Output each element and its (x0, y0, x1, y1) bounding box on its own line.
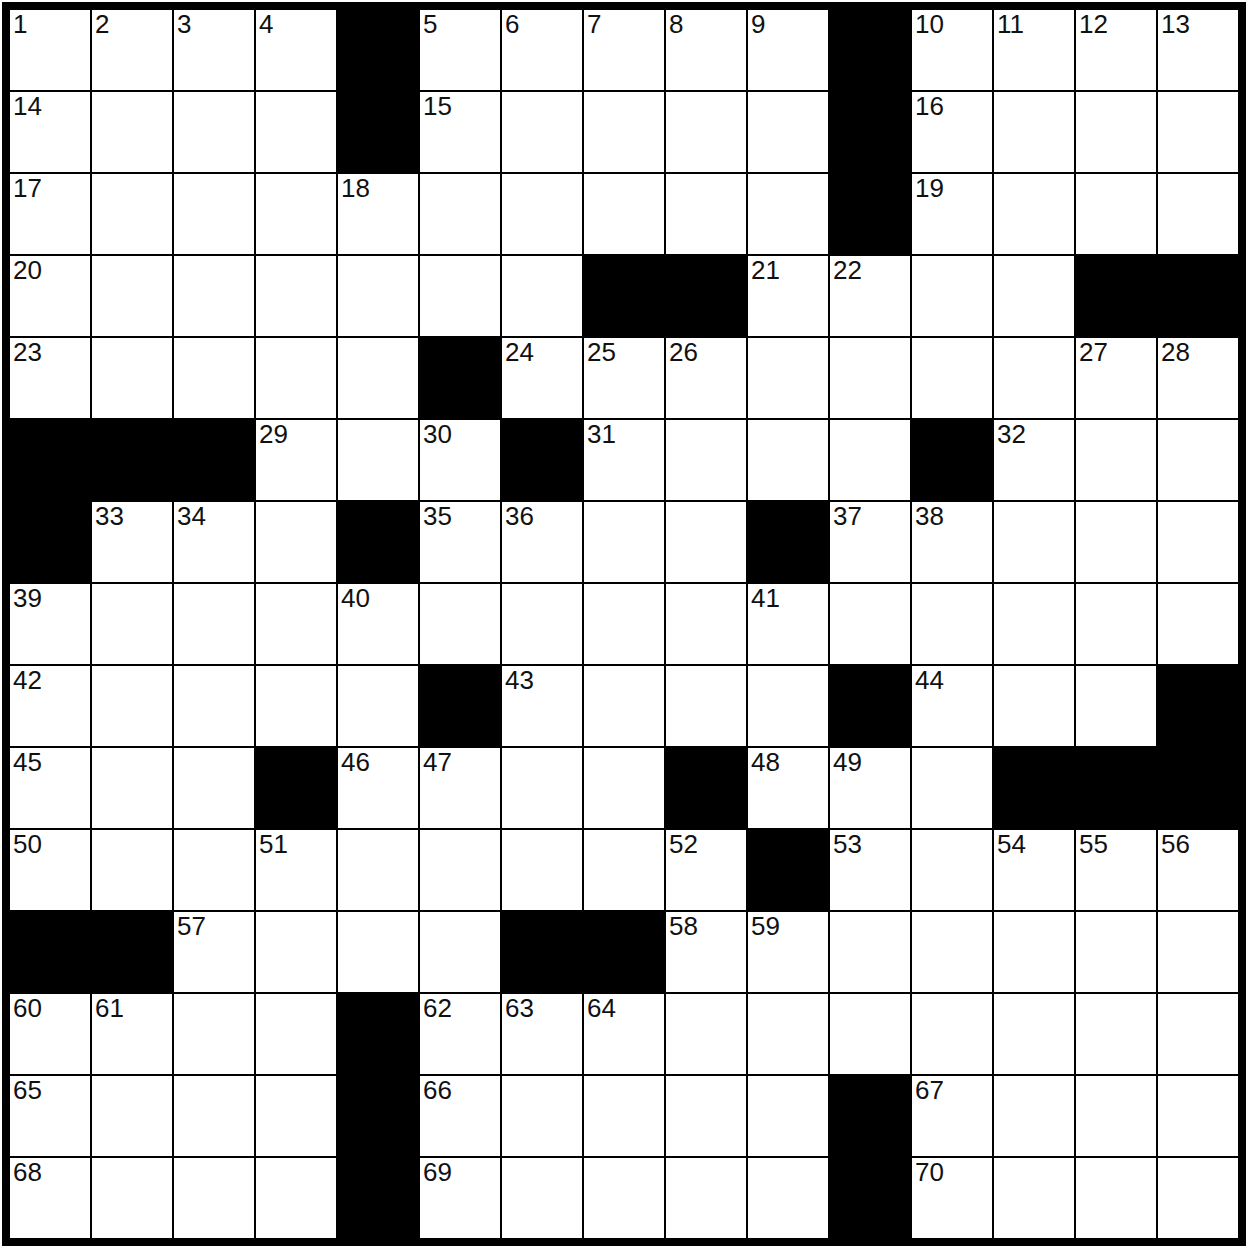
cell-r8c8[interactable] (584, 584, 664, 664)
clue-number-43: 43 (505, 667, 534, 694)
cell-r11c6[interactable] (420, 830, 500, 910)
cell-r13c1[interactable]: 60 (10, 994, 90, 1074)
cell-r14c13[interactable] (994, 1076, 1074, 1156)
cell-r5c11[interactable] (830, 338, 910, 418)
cell-r11c15[interactable]: 56 (1158, 830, 1238, 910)
clue-number-11: 11 (997, 11, 1024, 38)
cell-r2c9[interactable] (666, 92, 746, 172)
cell-r2c14[interactable] (1076, 92, 1156, 172)
black-cell-r9c15 (1158, 666, 1238, 746)
cell-r5c7[interactable]: 24 (502, 338, 582, 418)
black-cell-r1c11 (830, 10, 910, 90)
clue-number-63: 63 (505, 995, 534, 1022)
cell-r13c12[interactable] (912, 994, 992, 1074)
cell-r9c7[interactable]: 43 (502, 666, 582, 746)
cell-r9c10[interactable] (748, 666, 828, 746)
cell-r9c3[interactable] (174, 666, 254, 746)
cell-r8c6[interactable] (420, 584, 500, 664)
clue-number-3: 3 (177, 11, 191, 38)
clue-number-27: 27 (1079, 339, 1108, 366)
cell-r1c3[interactable]: 3 (174, 10, 254, 90)
cell-r6c15[interactable] (1158, 420, 1238, 500)
cell-r7c14[interactable] (1076, 502, 1156, 582)
clue-number-50: 50 (13, 831, 42, 858)
clue-number-66: 66 (423, 1077, 452, 1104)
black-cell-r4c14 (1076, 256, 1156, 336)
cell-r4c3[interactable] (174, 256, 254, 336)
cell-r5c3[interactable] (174, 338, 254, 418)
clue-number-4: 4 (259, 11, 273, 38)
cell-r6c13[interactable]: 32 (994, 420, 1074, 500)
cell-r1c14[interactable]: 12 (1076, 10, 1156, 90)
clue-number-30: 30 (423, 421, 452, 448)
clue-number-23: 23 (13, 339, 42, 366)
black-cell-r15c5 (338, 1158, 418, 1238)
black-cell-r12c8 (584, 912, 664, 992)
cell-r9c9[interactable] (666, 666, 746, 746)
clue-number-35: 35 (423, 503, 452, 530)
clue-number-12: 12 (1079, 11, 1108, 38)
cell-r14c4[interactable] (256, 1076, 336, 1156)
black-cell-r2c11 (830, 92, 910, 172)
cell-r13c7[interactable]: 63 (502, 994, 582, 1074)
black-cell-r7c10 (748, 502, 828, 582)
cell-r1c15[interactable]: 13 (1158, 10, 1238, 90)
clue-number-49: 49 (833, 749, 862, 776)
black-cell-r4c8 (584, 256, 664, 336)
cell-r4c6[interactable] (420, 256, 500, 336)
cell-r6c6[interactable]: 30 (420, 420, 500, 500)
clue-number-10: 10 (915, 11, 944, 38)
black-cell-r6c2 (92, 420, 172, 500)
black-cell-r12c2 (92, 912, 172, 992)
cell-r15c14[interactable] (1076, 1158, 1156, 1238)
clue-number-33: 33 (95, 503, 124, 530)
cell-r6c5[interactable] (338, 420, 418, 500)
cell-r14c9[interactable] (666, 1076, 746, 1156)
cell-r9c4[interactable] (256, 666, 336, 746)
cell-r14c10[interactable] (748, 1076, 828, 1156)
cell-r4c2[interactable] (92, 256, 172, 336)
cell-r10c10[interactable]: 48 (748, 748, 828, 828)
cell-r3c2[interactable] (92, 174, 172, 254)
cell-r10c11[interactable]: 49 (830, 748, 910, 828)
cell-r2c1[interactable]: 14 (10, 92, 90, 172)
clue-number-25: 25 (587, 339, 616, 366)
clue-number-16: 16 (915, 93, 944, 120)
cell-r7c3[interactable]: 34 (174, 502, 254, 582)
cell-r13c6[interactable]: 62 (420, 994, 500, 1074)
cell-r3c15[interactable] (1158, 174, 1238, 254)
cell-r10c7[interactable] (502, 748, 582, 828)
cell-r11c5[interactable] (338, 830, 418, 910)
black-cell-r12c7 (502, 912, 582, 992)
black-cell-r14c5 (338, 1076, 418, 1156)
black-cell-r5c6 (420, 338, 500, 418)
clue-number-69: 69 (423, 1159, 452, 1186)
crossword-grid: 1234567891011121314151617181920212223242… (2, 2, 1246, 1246)
cell-r4c12[interactable] (912, 256, 992, 336)
cell-r15c2[interactable] (92, 1158, 172, 1238)
black-cell-r7c5 (338, 502, 418, 582)
clue-number-52: 52 (669, 831, 698, 858)
cell-r12c3[interactable]: 57 (174, 912, 254, 992)
cell-r1c10[interactable]: 9 (748, 10, 828, 90)
cell-r8c10[interactable]: 41 (748, 584, 828, 664)
cell-r14c6[interactable]: 66 (420, 1076, 500, 1156)
clue-number-40: 40 (341, 585, 370, 612)
cell-r12c11[interactable] (830, 912, 910, 992)
clue-number-42: 42 (13, 667, 42, 694)
clue-number-17: 17 (13, 175, 42, 202)
clue-number-46: 46 (341, 749, 370, 776)
cell-r12c10[interactable]: 59 (748, 912, 828, 992)
cell-r11c1[interactable]: 50 (10, 830, 90, 910)
cell-r7c2[interactable]: 33 (92, 502, 172, 582)
cell-r4c4[interactable] (256, 256, 336, 336)
cell-r5c14[interactable]: 27 (1076, 338, 1156, 418)
cell-r1c4[interactable]: 4 (256, 10, 336, 90)
cell-r5c12[interactable] (912, 338, 992, 418)
black-cell-r12c1 (10, 912, 90, 992)
cell-r12c4[interactable] (256, 912, 336, 992)
cell-r10c6[interactable]: 47 (420, 748, 500, 828)
cell-r1c2[interactable]: 2 (92, 10, 172, 90)
clue-number-37: 37 (833, 503, 862, 530)
cell-r8c5[interactable]: 40 (338, 584, 418, 664)
cell-r13c3[interactable] (174, 994, 254, 1074)
cell-r15c10[interactable] (748, 1158, 828, 1238)
cell-r14c14[interactable] (1076, 1076, 1156, 1156)
cell-r15c15[interactable] (1158, 1158, 1238, 1238)
black-cell-r11c10 (748, 830, 828, 910)
cell-r14c15[interactable] (1158, 1076, 1238, 1156)
black-cell-r4c9 (666, 256, 746, 336)
cell-r1c9[interactable]: 8 (666, 10, 746, 90)
cell-r8c1[interactable]: 39 (10, 584, 90, 664)
clue-number-31: 31 (587, 421, 616, 448)
cell-r8c7[interactable] (502, 584, 582, 664)
cell-r10c8[interactable] (584, 748, 664, 828)
cell-r1c6[interactable]: 5 (420, 10, 500, 90)
cell-r3c1[interactable]: 17 (10, 174, 90, 254)
clue-number-41: 41 (751, 585, 780, 612)
cell-r14c7[interactable] (502, 1076, 582, 1156)
cell-r14c3[interactable] (174, 1076, 254, 1156)
cell-r13c8[interactable]: 64 (584, 994, 664, 1074)
cell-r6c10[interactable] (748, 420, 828, 500)
cell-r2c6[interactable]: 15 (420, 92, 500, 172)
clue-number-13: 13 (1161, 11, 1190, 38)
black-cell-r10c4 (256, 748, 336, 828)
black-cell-r9c6 (420, 666, 500, 746)
cell-r4c7[interactable] (502, 256, 582, 336)
cell-r11c14[interactable]: 55 (1076, 830, 1156, 910)
cell-r11c2[interactable] (92, 830, 172, 910)
clue-number-68: 68 (13, 1159, 42, 1186)
cell-r11c12[interactable] (912, 830, 992, 910)
clue-number-34: 34 (177, 503, 206, 530)
cell-r6c14[interactable] (1076, 420, 1156, 500)
cell-r15c8[interactable] (584, 1158, 664, 1238)
clue-number-56: 56 (1161, 831, 1190, 858)
cell-r14c1[interactable]: 65 (10, 1076, 90, 1156)
cell-r9c8[interactable] (584, 666, 664, 746)
clue-number-6: 6 (505, 11, 519, 38)
cell-r2c15[interactable] (1158, 92, 1238, 172)
cell-r10c5[interactable]: 46 (338, 748, 418, 828)
clue-number-8: 8 (669, 11, 683, 38)
cell-r12c14[interactable] (1076, 912, 1156, 992)
cell-r9c12[interactable]: 44 (912, 666, 992, 746)
cell-r14c8[interactable] (584, 1076, 664, 1156)
cell-r2c4[interactable] (256, 92, 336, 172)
cell-r2c13[interactable] (994, 92, 1074, 172)
cell-r13c14[interactable] (1076, 994, 1156, 1074)
clue-number-22: 22 (833, 257, 862, 284)
black-cell-r10c9 (666, 748, 746, 828)
clue-number-64: 64 (587, 995, 616, 1022)
cell-r5c8[interactable]: 25 (584, 338, 664, 418)
cell-r5c9[interactable]: 26 (666, 338, 746, 418)
clue-number-36: 36 (505, 503, 534, 530)
cell-r6c4[interactable]: 29 (256, 420, 336, 500)
cell-r1c1[interactable]: 1 (10, 10, 90, 90)
cell-r6c8[interactable]: 31 (584, 420, 664, 500)
cell-r8c13[interactable] (994, 584, 1074, 664)
clue-number-51: 51 (259, 831, 288, 858)
cell-r14c2[interactable] (92, 1076, 172, 1156)
black-cell-r10c13 (994, 748, 1074, 828)
cell-r5c15[interactable]: 28 (1158, 338, 1238, 418)
cell-r10c12[interactable] (912, 748, 992, 828)
cell-r7c7[interactable]: 36 (502, 502, 582, 582)
cell-r14c12[interactable]: 67 (912, 1076, 992, 1156)
cell-r12c9[interactable]: 58 (666, 912, 746, 992)
clue-number-70: 70 (915, 1159, 944, 1186)
black-cell-r1c5 (338, 10, 418, 90)
cell-r1c12[interactable]: 10 (912, 10, 992, 90)
clue-number-65: 65 (13, 1077, 42, 1104)
cell-r3c9[interactable] (666, 174, 746, 254)
cell-r2c8[interactable] (584, 92, 664, 172)
cell-r5c5[interactable] (338, 338, 418, 418)
clue-number-61: 61 (95, 995, 124, 1022)
cell-r8c11[interactable] (830, 584, 910, 664)
clue-number-59: 59 (751, 913, 780, 940)
cell-r5c2[interactable] (92, 338, 172, 418)
black-cell-r14c11 (830, 1076, 910, 1156)
cell-r8c2[interactable] (92, 584, 172, 664)
cell-r11c9[interactable]: 52 (666, 830, 746, 910)
cell-r12c12[interactable] (912, 912, 992, 992)
cell-r15c7[interactable] (502, 1158, 582, 1238)
black-cell-r6c12 (912, 420, 992, 500)
black-cell-r6c7 (502, 420, 582, 500)
black-cell-r4c15 (1158, 256, 1238, 336)
cell-r13c2[interactable]: 61 (92, 994, 172, 1074)
cell-r3c6[interactable] (420, 174, 500, 254)
cell-r9c2[interactable] (92, 666, 172, 746)
cell-r15c3[interactable] (174, 1158, 254, 1238)
clue-number-24: 24 (505, 339, 534, 366)
cell-r9c13[interactable] (994, 666, 1074, 746)
clue-number-48: 48 (751, 749, 780, 776)
cell-r5c10[interactable] (748, 338, 828, 418)
black-cell-r10c14 (1076, 748, 1156, 828)
cell-r3c3[interactable] (174, 174, 254, 254)
cell-r8c14[interactable] (1076, 584, 1156, 664)
cell-r15c4[interactable] (256, 1158, 336, 1238)
clue-number-28: 28 (1161, 339, 1190, 366)
clue-number-53: 53 (833, 831, 862, 858)
cell-r13c11[interactable] (830, 994, 910, 1074)
cell-r7c13[interactable] (994, 502, 1074, 582)
cell-r4c1[interactable]: 20 (10, 256, 90, 336)
clue-number-26: 26 (669, 339, 698, 366)
cell-r7c15[interactable] (1158, 502, 1238, 582)
cell-r2c2[interactable] (92, 92, 172, 172)
cell-r3c8[interactable] (584, 174, 664, 254)
cell-r11c8[interactable] (584, 830, 664, 910)
cell-r5c1[interactable]: 23 (10, 338, 90, 418)
cell-r1c7[interactable]: 6 (502, 10, 582, 90)
cell-r12c5[interactable] (338, 912, 418, 992)
clue-number-44: 44 (915, 667, 944, 694)
cell-r5c4[interactable] (256, 338, 336, 418)
clue-number-60: 60 (13, 995, 42, 1022)
cell-r8c3[interactable] (174, 584, 254, 664)
cell-r3c5[interactable]: 18 (338, 174, 418, 254)
cell-r11c11[interactable]: 53 (830, 830, 910, 910)
clue-number-1: 1 (13, 11, 27, 38)
clue-number-57: 57 (177, 913, 206, 940)
cell-r9c1[interactable]: 42 (10, 666, 90, 746)
black-cell-r6c3 (174, 420, 254, 500)
cell-r8c4[interactable] (256, 584, 336, 664)
cell-r8c15[interactable] (1158, 584, 1238, 664)
cell-r11c7[interactable] (502, 830, 582, 910)
clue-number-7: 7 (587, 11, 601, 38)
cell-r2c3[interactable] (174, 92, 254, 172)
cell-r13c10[interactable] (748, 994, 828, 1074)
cell-r15c12[interactable]: 70 (912, 1158, 992, 1238)
cell-r2c7[interactable] (502, 92, 582, 172)
cell-r9c5[interactable] (338, 666, 418, 746)
cell-r3c7[interactable] (502, 174, 582, 254)
cell-r4c11[interactable]: 22 (830, 256, 910, 336)
clue-number-45: 45 (13, 749, 42, 776)
black-cell-r3c11 (830, 174, 910, 254)
cell-r11c4[interactable]: 51 (256, 830, 336, 910)
cell-r12c6[interactable] (420, 912, 500, 992)
cell-r10c2[interactable] (92, 748, 172, 828)
cell-r13c13[interactable] (994, 994, 1074, 1074)
black-cell-r6c1 (10, 420, 90, 500)
cell-r4c10[interactable]: 21 (748, 256, 828, 336)
cell-r8c9[interactable] (666, 584, 746, 664)
black-cell-r2c5 (338, 92, 418, 172)
cell-r3c13[interactable] (994, 174, 1074, 254)
clue-number-2: 2 (95, 11, 109, 38)
cell-r5c13[interactable] (994, 338, 1074, 418)
cell-r11c13[interactable]: 54 (994, 830, 1074, 910)
cell-r7c4[interactable] (256, 502, 336, 582)
cell-r7c11[interactable]: 37 (830, 502, 910, 582)
black-cell-r15c11 (830, 1158, 910, 1238)
clue-number-55: 55 (1079, 831, 1108, 858)
cell-r7c9[interactable] (666, 502, 746, 582)
black-cell-r9c11 (830, 666, 910, 746)
black-cell-r7c1 (10, 502, 90, 582)
cell-r7c12[interactable]: 38 (912, 502, 992, 582)
cell-r12c13[interactable] (994, 912, 1074, 992)
clue-number-32: 32 (997, 421, 1026, 448)
cell-r1c8[interactable]: 7 (584, 10, 664, 90)
cell-r2c12[interactable]: 16 (912, 92, 992, 172)
cell-r1c13[interactable]: 11 (994, 10, 1074, 90)
cell-r4c13[interactable] (994, 256, 1074, 336)
clue-number-20: 20 (13, 257, 42, 284)
cell-r10c1[interactable]: 45 (10, 748, 90, 828)
cell-r4c5[interactable] (338, 256, 418, 336)
cell-r15c1[interactable]: 68 (10, 1158, 90, 1238)
clue-number-38: 38 (915, 503, 944, 530)
cell-r3c10[interactable] (748, 174, 828, 254)
cell-r13c9[interactable] (666, 994, 746, 1074)
cell-r15c13[interactable] (994, 1158, 1074, 1238)
cell-r7c8[interactable] (584, 502, 664, 582)
clue-number-54: 54 (997, 831, 1026, 858)
clue-number-19: 19 (915, 175, 944, 202)
cell-r3c12[interactable]: 19 (912, 174, 992, 254)
cell-r3c14[interactable] (1076, 174, 1156, 254)
cell-r15c9[interactable] (666, 1158, 746, 1238)
clue-number-18: 18 (341, 175, 370, 202)
cell-r13c15[interactable] (1158, 994, 1238, 1074)
cell-r6c9[interactable] (666, 420, 746, 500)
cell-r6c11[interactable] (830, 420, 910, 500)
cell-r3c4[interactable] (256, 174, 336, 254)
cell-r8c12[interactable] (912, 584, 992, 664)
cell-r2c10[interactable] (748, 92, 828, 172)
cell-r15c6[interactable]: 69 (420, 1158, 500, 1238)
clue-number-62: 62 (423, 995, 452, 1022)
clue-number-47: 47 (423, 749, 452, 776)
clue-number-39: 39 (13, 585, 42, 612)
clue-number-21: 21 (751, 257, 780, 284)
cell-r7c6[interactable]: 35 (420, 502, 500, 582)
black-cell-r13c5 (338, 994, 418, 1074)
cell-r13c4[interactable] (256, 994, 336, 1074)
cell-r9c14[interactable] (1076, 666, 1156, 746)
cell-r11c3[interactable] (174, 830, 254, 910)
clue-number-15: 15 (423, 93, 452, 120)
clue-number-29: 29 (259, 421, 288, 448)
black-cell-r10c15 (1158, 748, 1238, 828)
cell-r12c15[interactable] (1158, 912, 1238, 992)
clue-number-67: 67 (915, 1077, 944, 1104)
cell-r10c3[interactable] (174, 748, 254, 828)
clue-number-58: 58 (669, 913, 698, 940)
clue-number-14: 14 (13, 93, 42, 120)
clue-number-9: 9 (751, 11, 765, 38)
clue-number-5: 5 (423, 11, 437, 38)
